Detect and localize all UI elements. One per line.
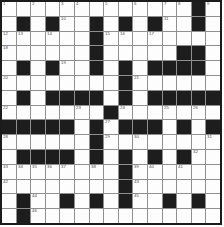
cell[interactable]: 6 — [133, 2, 147, 16]
blocked-cell — [17, 91, 31, 105]
clue-number: 9 — [207, 2, 209, 6]
cell[interactable]: 40 — [148, 165, 162, 179]
cell[interactable]: 15 — [104, 32, 118, 46]
cell[interactable] — [31, 17, 45, 31]
blocked-cell — [46, 150, 60, 164]
cell[interactable] — [133, 46, 147, 60]
cell[interactable] — [192, 76, 206, 90]
cell[interactable] — [75, 46, 89, 60]
cell[interactable] — [133, 32, 147, 46]
clue-number: 10 — [61, 17, 66, 21]
cell[interactable] — [75, 194, 89, 208]
cell[interactable] — [206, 194, 220, 208]
cell[interactable] — [46, 135, 60, 149]
cell[interactable] — [75, 150, 89, 164]
cell[interactable] — [206, 61, 220, 75]
cell[interactable] — [2, 209, 16, 223]
blocked-cell — [31, 120, 45, 134]
cell[interactable] — [177, 209, 191, 223]
cell[interactable] — [177, 76, 191, 90]
clue-number: 35 — [32, 165, 37, 169]
blocked-cell — [90, 91, 104, 105]
clue-number: 45 — [134, 194, 139, 198]
clue-number: 12 — [3, 32, 8, 36]
cell[interactable]: 16 — [119, 32, 133, 46]
cell[interactable] — [163, 165, 177, 179]
cell[interactable] — [148, 2, 162, 16]
cell[interactable] — [133, 17, 147, 31]
clue-number: 14 — [47, 32, 52, 36]
cell[interactable]: 28 — [2, 135, 16, 149]
cell[interactable] — [163, 180, 177, 194]
cell[interactable] — [148, 46, 162, 60]
blocked-cell — [192, 46, 206, 60]
cell[interactable] — [163, 46, 177, 60]
cell[interactable]: 4 — [75, 2, 89, 16]
clue-number: 7 — [164, 2, 166, 6]
clue-number: 25 — [164, 106, 169, 110]
clue-number: 6 — [134, 2, 136, 6]
blocked-cell — [163, 61, 177, 75]
cell[interactable] — [75, 180, 89, 194]
blocked-cell — [90, 46, 104, 60]
cell[interactable]: 10 — [60, 17, 74, 31]
cell[interactable] — [206, 180, 220, 194]
cell[interactable] — [2, 17, 16, 31]
blocked-cell — [148, 61, 162, 75]
cell[interactable]: 13 — [17, 32, 31, 46]
clue-number: 23 — [76, 106, 81, 110]
cell[interactable] — [133, 209, 147, 223]
blocked-cell — [192, 2, 206, 16]
cell[interactable] — [31, 180, 45, 194]
clue-number: 20 — [3, 76, 8, 80]
clue-number: 28 — [3, 135, 8, 139]
cell[interactable]: 20 — [2, 76, 16, 90]
cell[interactable] — [46, 180, 60, 194]
cell[interactable] — [177, 135, 191, 149]
cell[interactable]: 11 — [163, 17, 177, 31]
cell[interactable] — [31, 61, 45, 75]
cell[interactable] — [31, 46, 45, 60]
cell[interactable]: 25 — [163, 106, 177, 120]
clue-number: 24 — [120, 106, 125, 110]
cell[interactable]: 33 — [2, 165, 16, 179]
cell[interactable] — [75, 17, 89, 31]
cell[interactable] — [177, 106, 191, 120]
cell[interactable]: 14 — [46, 32, 60, 46]
cell[interactable]: 2 — [31, 2, 45, 16]
cell[interactable] — [104, 76, 118, 90]
cell[interactable] — [60, 46, 74, 60]
cell[interactable] — [2, 61, 16, 75]
clue-number: 5 — [105, 2, 107, 6]
cell[interactable] — [104, 17, 118, 31]
cell[interactable]: 23 — [75, 106, 89, 120]
cell[interactable] — [46, 76, 60, 90]
cell[interactable]: 21 — [133, 76, 147, 90]
blocked-cell — [192, 194, 206, 208]
cell[interactable] — [192, 32, 206, 46]
clue-number: 26 — [193, 106, 198, 110]
cell[interactable] — [31, 106, 45, 120]
blocked-cell — [90, 150, 104, 164]
cell[interactable] — [163, 135, 177, 149]
clue-number: 33 — [3, 165, 8, 169]
clue-number: 8 — [178, 2, 180, 6]
blocked-cell — [133, 120, 147, 134]
cell[interactable]: 32 — [192, 150, 206, 164]
blocked-cell — [17, 194, 31, 208]
cell[interactable] — [17, 135, 31, 149]
cell[interactable] — [75, 165, 89, 179]
cell[interactable] — [2, 194, 16, 208]
cell[interactable] — [31, 76, 45, 90]
blocked-cell — [192, 61, 206, 75]
cell[interactable] — [2, 150, 16, 164]
clue-number: 3 — [61, 2, 63, 6]
clue-number: 19 — [61, 61, 66, 65]
cell[interactable] — [133, 150, 147, 164]
cell[interactable] — [31, 91, 45, 105]
clue-number: 29 — [105, 135, 110, 139]
clue-number: 44 — [32, 194, 37, 198]
blocked-cell — [104, 106, 118, 120]
blocked-cell — [119, 194, 133, 208]
blocked-cell — [206, 120, 220, 134]
cell[interactable]: 7 — [163, 2, 177, 16]
crossword-page: 1234567891011121314151617181920212223242… — [0, 0, 224, 227]
cell[interactable] — [46, 2, 60, 16]
cell[interactable] — [60, 106, 74, 120]
cell[interactable] — [206, 150, 220, 164]
clue-number: 22 — [3, 106, 8, 110]
clue-number: 1 — [3, 2, 5, 6]
blocked-cell — [148, 91, 162, 105]
clue-number: 4 — [76, 2, 78, 6]
cell[interactable] — [104, 194, 118, 208]
cell[interactable] — [104, 150, 118, 164]
cell[interactable] — [90, 209, 104, 223]
blocked-cell — [90, 32, 104, 46]
cell[interactable]: 42 — [2, 180, 16, 194]
cell[interactable] — [206, 17, 220, 31]
cell[interactable]: 5 — [104, 2, 118, 16]
cell[interactable]: 12 — [2, 32, 16, 46]
cell[interactable] — [90, 76, 104, 90]
clue-number: 15 — [105, 32, 110, 36]
cell[interactable] — [60, 76, 74, 90]
cell[interactable]: 24 — [119, 106, 133, 120]
blocked-cell — [60, 194, 74, 208]
cell[interactable]: 38 — [90, 165, 104, 179]
cell[interactable] — [17, 46, 31, 60]
cell[interactable] — [133, 91, 147, 105]
crossword-grid: 1234567891011121314151617181920212223242… — [0, 0, 222, 225]
clue-number: 38 — [91, 165, 96, 169]
blocked-cell — [148, 150, 162, 164]
cell[interactable] — [192, 120, 206, 134]
cell[interactable]: 27 — [104, 120, 118, 134]
blocked-cell — [17, 17, 31, 31]
cell[interactable] — [206, 106, 220, 120]
cell[interactable] — [192, 180, 206, 194]
cell[interactable] — [31, 32, 45, 46]
cell[interactable] — [104, 165, 118, 179]
blocked-cell — [177, 91, 191, 105]
cell[interactable] — [90, 2, 104, 16]
cell[interactable]: 30 — [133, 135, 147, 149]
clue-number: 32 — [193, 150, 198, 154]
blocked-cell — [31, 150, 45, 164]
cell[interactable] — [119, 135, 133, 149]
blocked-cell — [2, 120, 16, 134]
cell[interactable] — [46, 46, 60, 60]
cell[interactable] — [148, 194, 162, 208]
cell[interactable] — [163, 150, 177, 164]
cell[interactable] — [148, 135, 162, 149]
cell[interactable] — [133, 106, 147, 120]
clue-number: 17 — [149, 32, 154, 36]
cell[interactable] — [192, 135, 206, 149]
clue-number: 36 — [47, 165, 52, 169]
cell[interactable] — [206, 76, 220, 90]
blocked-cell — [192, 17, 206, 31]
cell[interactable] — [177, 194, 191, 208]
cell[interactable]: 41 — [177, 165, 191, 179]
cell[interactable] — [206, 46, 220, 60]
cell[interactable]: 44 — [31, 194, 45, 208]
blocked-cell — [148, 17, 162, 31]
clue-number: 18 — [3, 46, 8, 50]
cell[interactable] — [104, 209, 118, 223]
cell[interactable] — [206, 165, 220, 179]
blocked-cell — [90, 135, 104, 149]
cell[interactable] — [60, 135, 74, 149]
cell[interactable] — [104, 61, 118, 75]
cell[interactable] — [2, 91, 16, 105]
cell[interactable] — [75, 135, 89, 149]
cell[interactable] — [148, 76, 162, 90]
blocked-cell — [119, 17, 133, 31]
cell[interactable] — [177, 32, 191, 46]
cell[interactable] — [119, 2, 133, 16]
blocked-cell — [17, 120, 31, 134]
cell[interactable] — [163, 209, 177, 223]
blocked-cell — [163, 194, 177, 208]
cell[interactable]: 3 — [60, 2, 74, 16]
cell[interactable] — [90, 106, 104, 120]
cell[interactable]: 45 — [133, 194, 147, 208]
cell[interactable]: 35 — [31, 165, 45, 179]
blocked-cell — [177, 150, 191, 164]
blocked-cell — [119, 61, 133, 75]
cell[interactable] — [163, 76, 177, 90]
blocked-cell — [17, 150, 31, 164]
clue-number: 42 — [3, 180, 8, 184]
cell[interactable] — [60, 180, 74, 194]
cell[interactable] — [177, 180, 191, 194]
cell[interactable]: 22 — [2, 106, 16, 120]
clue-number: 34 — [18, 165, 23, 169]
blocked-cell — [119, 91, 133, 105]
cell[interactable]: 26 — [192, 106, 206, 120]
blocked-cell — [75, 91, 89, 105]
blocked-cell — [46, 91, 60, 105]
blocked-cell — [17, 209, 31, 223]
cell[interactable] — [17, 180, 31, 194]
clue-number: 41 — [178, 165, 183, 169]
cell[interactable] — [163, 32, 177, 46]
cell[interactable] — [104, 91, 118, 105]
clue-number: 30 — [134, 135, 139, 139]
cell[interactable]: 29 — [104, 135, 118, 149]
clue-number: 43 — [134, 180, 139, 184]
cell[interactable] — [75, 76, 89, 90]
blocked-cell — [46, 120, 60, 134]
cell[interactable] — [75, 209, 89, 223]
cell[interactable] — [31, 135, 45, 149]
cell[interactable]: 46 — [31, 209, 45, 223]
cell[interactable]: 17 — [148, 32, 162, 46]
cell[interactable] — [177, 17, 191, 31]
cell[interactable] — [104, 46, 118, 60]
blocked-cell — [60, 150, 74, 164]
cell[interactable] — [46, 106, 60, 120]
cell[interactable]: 8 — [177, 2, 191, 16]
cell[interactable] — [192, 209, 206, 223]
clue-number: 37 — [61, 165, 66, 169]
clue-number: 2 — [32, 2, 34, 6]
blocked-cell — [60, 91, 74, 105]
blocked-cell — [177, 46, 191, 60]
cell[interactable] — [192, 165, 206, 179]
cell[interactable] — [104, 180, 118, 194]
cell[interactable] — [46, 209, 60, 223]
blocked-cell — [90, 194, 104, 208]
blocked-cell — [90, 61, 104, 75]
blocked-cell — [90, 17, 104, 31]
clue-number: 27 — [105, 120, 110, 124]
cell[interactable]: 34 — [17, 165, 31, 179]
cell[interactable] — [148, 180, 162, 194]
clue-number: 21 — [134, 76, 139, 80]
cell[interactable] — [119, 209, 133, 223]
blocked-cell — [206, 91, 220, 105]
blocked-cell — [148, 120, 162, 134]
blocked-cell — [177, 120, 191, 134]
cell[interactable] — [46, 194, 60, 208]
cell[interactable]: 19 — [60, 61, 74, 75]
cell[interactable] — [60, 32, 74, 46]
blocked-cell — [46, 17, 60, 31]
blocked-cell — [163, 91, 177, 105]
cell[interactable] — [60, 209, 74, 223]
blocked-cell — [17, 61, 31, 75]
clue-number: 13 — [18, 32, 23, 36]
cell[interactable] — [148, 106, 162, 120]
clue-number: 16 — [120, 32, 125, 36]
cell[interactable]: 31 — [206, 135, 220, 149]
clue-number: 46 — [32, 209, 37, 213]
clue-number: 39 — [134, 165, 139, 169]
cell[interactable] — [17, 2, 31, 16]
cell[interactable] — [148, 209, 162, 223]
blocked-cell — [119, 150, 133, 164]
blocked-cell — [119, 76, 133, 90]
blocked-cell — [192, 91, 206, 105]
cell[interactable] — [75, 120, 89, 134]
cell[interactable] — [206, 209, 220, 223]
clue-number: 40 — [149, 165, 154, 169]
cell[interactable] — [75, 32, 89, 46]
cell[interactable] — [90, 180, 104, 194]
blocked-cell — [119, 120, 133, 134]
cell[interactable] — [17, 106, 31, 120]
blocked-cell — [119, 180, 133, 194]
clue-number: 31 — [207, 135, 212, 139]
cell[interactable]: 36 — [46, 165, 60, 179]
cell[interactable] — [119, 46, 133, 60]
cell[interactable]: 43 — [133, 180, 147, 194]
cell[interactable] — [163, 120, 177, 134]
blocked-cell — [177, 61, 191, 75]
cell[interactable] — [206, 32, 220, 46]
cell[interactable] — [17, 76, 31, 90]
blocked-cell — [90, 120, 104, 134]
blocked-cell — [119, 165, 133, 179]
cell[interactable]: 9 — [206, 2, 220, 16]
blocked-cell — [60, 120, 74, 134]
blocked-cell — [46, 61, 60, 75]
clue-number: 11 — [164, 17, 168, 21]
cell[interactable]: 37 — [60, 165, 74, 179]
cell[interactable] — [133, 61, 147, 75]
cell[interactable]: 18 — [2, 46, 16, 60]
cell[interactable] — [75, 61, 89, 75]
cell[interactable]: 39 — [133, 165, 147, 179]
cell[interactable]: 1 — [2, 2, 16, 16]
